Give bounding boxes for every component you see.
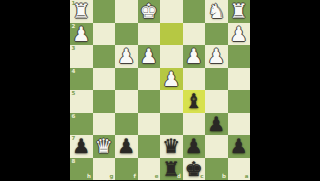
piece-white-pawn[interactable]: ♟ [115,45,138,68]
piece-black-queen[interactable]: ♛ [160,135,183,158]
piece-black-pawn[interactable]: ♟ [228,135,251,158]
rank-label-6: 6 [72,114,76,120]
square-h5[interactable]: 5 [70,90,93,113]
square-c6[interactable] [183,113,206,136]
rank-label-5: 5 [72,91,76,97]
square-f7[interactable]: ♟ [115,135,138,158]
square-d5[interactable] [160,90,183,113]
square-h3[interactable]: 3 [70,45,93,68]
square-f5[interactable] [115,90,138,113]
square-h7[interactable]: 7♟ [70,135,93,158]
square-a6[interactable] [228,113,251,136]
square-g1[interactable] [93,0,116,23]
square-c5[interactable]: ♝ [183,90,206,113]
square-d1[interactable] [160,0,183,23]
square-g4[interactable] [93,68,116,91]
square-f2[interactable] [115,23,138,46]
square-g3[interactable] [93,45,116,68]
rank-label-1: 1 [72,1,76,7]
square-e5[interactable] [138,90,161,113]
square-g8[interactable]: g [93,158,116,181]
piece-white-pawn[interactable]: ♟ [160,68,183,91]
square-f3[interactable]: ♟ [115,45,138,68]
file-label-h: h [87,174,91,180]
square-b6[interactable]: ♟ [205,113,228,136]
square-e8[interactable]: e [138,158,161,181]
piece-black-pawn[interactable]: ♟ [70,135,93,158]
file-label-b: b [222,174,226,180]
piece-white-pawn[interactable]: ♟ [70,23,93,46]
piece-white-king[interactable]: ♚ [138,0,161,23]
square-e7[interactable] [138,135,161,158]
square-b2[interactable] [205,23,228,46]
piece-white-rook[interactable]: ♜ [228,0,251,23]
square-b5[interactable] [205,90,228,113]
square-d6[interactable] [160,113,183,136]
square-a3[interactable] [228,45,251,68]
piece-white-rook[interactable]: ♜ [70,0,93,23]
square-d4[interactable]: ♟ [160,68,183,91]
square-c2[interactable] [183,23,206,46]
square-b7[interactable] [205,135,228,158]
screenshot-root: 1♜♚♞♜2♟♟3♟♟♟♟4♟5♝6♟7♟♛♟♛♟♟8hgfed♜c♚ba [0,0,320,180]
rank-label-4: 4 [72,69,76,75]
left-letterbox-bar [0,0,70,180]
rank-label-7: 7 [72,136,76,142]
square-b3[interactable]: ♟ [205,45,228,68]
square-d8[interactable]: d♜ [160,158,183,181]
square-g7[interactable]: ♛ [93,135,116,158]
square-e6[interactable] [138,113,161,136]
square-c7[interactable]: ♟ [183,135,206,158]
piece-black-pawn[interactable]: ♟ [183,135,206,158]
rank-label-8: 8 [72,159,76,165]
chess-board: 1♜♚♞♜2♟♟3♟♟♟♟4♟5♝6♟7♟♛♟♛♟♟8hgfed♜c♚ba [70,0,250,180]
piece-black-bishop[interactable]: ♝ [183,90,206,113]
piece-black-pawn[interactable]: ♟ [205,113,228,136]
piece-black-king[interactable]: ♚ [183,158,206,181]
square-h8[interactable]: 8h [70,158,93,181]
piece-white-pawn[interactable]: ♟ [138,45,161,68]
square-b1[interactable]: ♞ [205,0,228,23]
square-e3[interactable]: ♟ [138,45,161,68]
square-h6[interactable]: 6 [70,113,93,136]
piece-black-rook[interactable]: ♜ [160,158,183,181]
file-label-a: a [245,174,249,180]
square-g2[interactable] [93,23,116,46]
square-h2[interactable]: 2♟ [70,23,93,46]
square-a7[interactable]: ♟ [228,135,251,158]
file-label-d: d [177,174,181,180]
square-f4[interactable] [115,68,138,91]
square-a1[interactable]: ♜ [228,0,251,23]
piece-white-pawn[interactable]: ♟ [205,45,228,68]
file-label-c: c [200,174,203,180]
square-a2[interactable]: ♟ [228,23,251,46]
square-f8[interactable]: f [115,158,138,181]
square-e4[interactable] [138,68,161,91]
square-h4[interactable]: 4 [70,68,93,91]
square-b8[interactable]: b [205,158,228,181]
square-a5[interactable] [228,90,251,113]
square-a4[interactable] [228,68,251,91]
square-c8[interactable]: c♚ [183,158,206,181]
square-f1[interactable] [115,0,138,23]
right-letterbox-bar [250,0,320,180]
square-e2[interactable] [138,23,161,46]
square-c1[interactable] [183,0,206,23]
piece-white-knight[interactable]: ♞ [205,0,228,23]
square-d3[interactable] [160,45,183,68]
square-g5[interactable] [93,90,116,113]
square-g6[interactable] [93,113,116,136]
rank-label-2: 2 [72,24,76,30]
file-label-f: f [134,174,136,180]
square-e1[interactable]: ♚ [138,0,161,23]
piece-black-pawn[interactable]: ♟ [115,135,138,158]
piece-white-pawn[interactable]: ♟ [228,23,251,46]
square-d2[interactable] [160,23,183,46]
file-label-e: e [155,174,159,180]
piece-white-pawn[interactable]: ♟ [183,45,206,68]
piece-white-queen[interactable]: ♛ [93,135,116,158]
rank-label-3: 3 [72,46,76,52]
square-f6[interactable] [115,113,138,136]
square-d7[interactable]: ♛ [160,135,183,158]
square-c3[interactable]: ♟ [183,45,206,68]
file-label-g: g [110,174,114,180]
square-c4[interactable] [183,68,206,91]
square-a8[interactable]: a [228,158,251,181]
square-b4[interactable] [205,68,228,91]
square-h1[interactable]: 1♜ [70,0,93,23]
